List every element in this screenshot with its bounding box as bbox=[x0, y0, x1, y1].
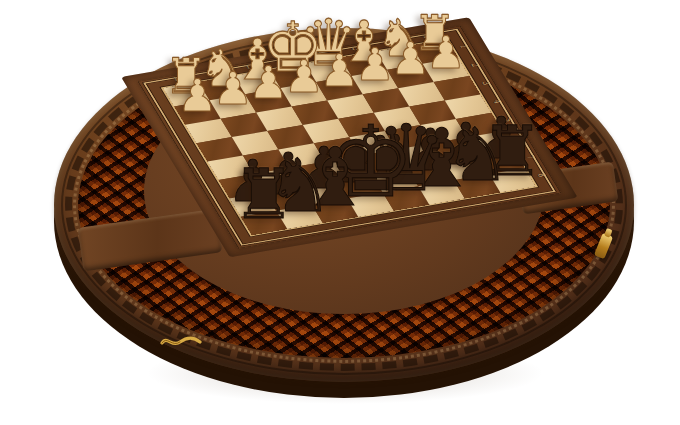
piece-black-rook-h8[interactable]: ♜ bbox=[233, 160, 295, 229]
piece-white-pawn-g2[interactable]: ♟ bbox=[213, 68, 253, 113]
piece-white-pawn-c2[interactable]: ♟ bbox=[355, 43, 395, 88]
brass-clasp bbox=[160, 333, 202, 351]
piece-white-pawn-a2[interactable]: ♟ bbox=[426, 31, 466, 76]
chess-set-product-photo: h1g2f3e4d5c6b7a8 ♜♞♝♛♚♝♞♜♟♟♟♟♟♟♟♟♟♟♟♟♟♟♟… bbox=[0, 0, 680, 425]
piece-white-pawn-e2[interactable]: ♟ bbox=[284, 56, 324, 101]
piece-white-pawn-h2[interactable]: ♟ bbox=[177, 74, 217, 119]
piece-white-pawn-d2[interactable]: ♟ bbox=[319, 49, 359, 94]
piece-white-pawn-f2[interactable]: ♟ bbox=[248, 62, 288, 107]
piece-white-pawn-b2[interactable]: ♟ bbox=[390, 37, 430, 82]
brass-hinge-knuckle bbox=[604, 228, 613, 238]
